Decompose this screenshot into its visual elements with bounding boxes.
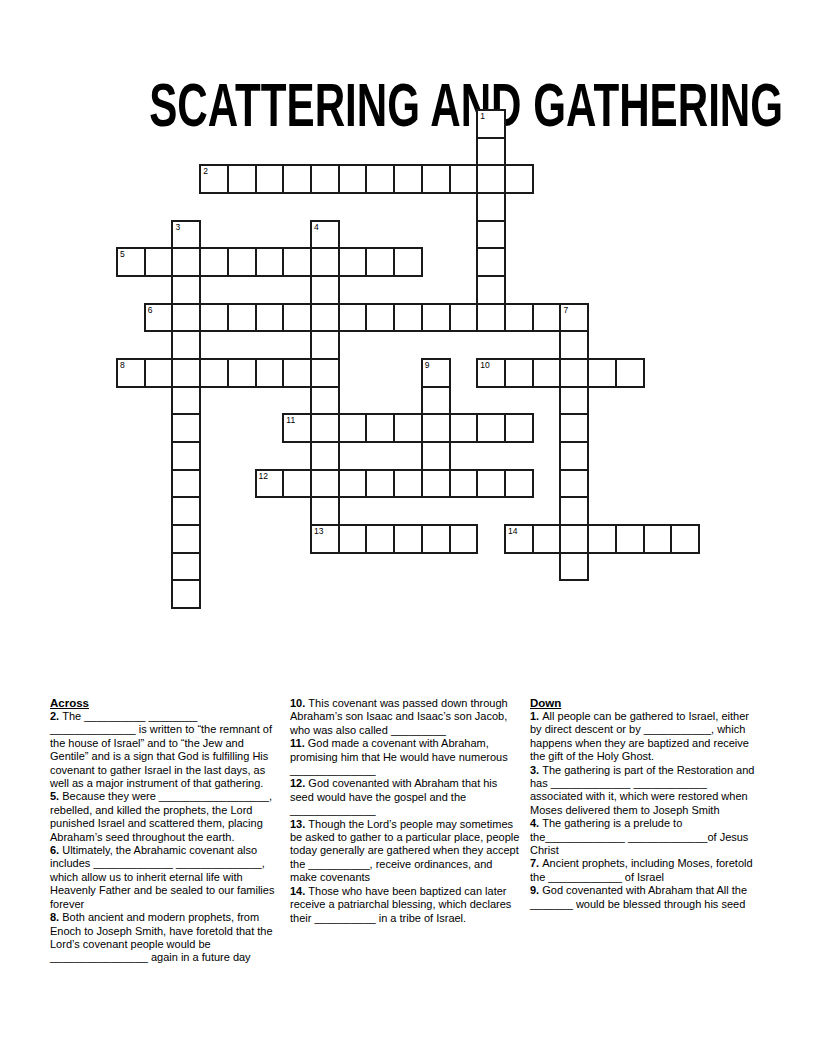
grid-cell[interactable]: 6 [144, 303, 174, 333]
grid-cell[interactable] [338, 413, 368, 443]
grid-cell[interactable] [310, 386, 340, 416]
grid-cell[interactable] [476, 247, 506, 277]
grid-cell[interactable] [421, 164, 451, 194]
grid-cell[interactable] [643, 524, 673, 554]
grid-cell[interactable] [476, 164, 506, 194]
grid-cell[interactable] [255, 164, 285, 194]
clue: 14. Those who have been baptized can lat… [290, 885, 522, 925]
clue-text: Ultimately, the Abrahamic covenant also … [50, 844, 274, 910]
clue-text: Those who have been baptized can later r… [290, 885, 511, 924]
clue-number: 7 [563, 305, 568, 315]
grid-cell[interactable]: 12 [255, 469, 285, 499]
grid-cell[interactable]: 7 [559, 303, 589, 333]
grid-cell[interactable] [365, 413, 395, 443]
grid-cell[interactable] [532, 303, 562, 333]
grid-cell[interactable] [365, 247, 395, 277]
grid-cell[interactable] [393, 247, 423, 277]
clue-number-label: 10. [290, 697, 308, 709]
clue: 12. God covenanted with Abraham that his… [290, 777, 522, 817]
grid-cell[interactable] [421, 441, 451, 471]
grid-cell[interactable] [421, 386, 451, 416]
grid-cell[interactable] [504, 303, 534, 333]
clue: 3. The gathering is part of the Restorat… [530, 764, 762, 818]
clue-column: 10. This covenant was passed down throug… [290, 697, 522, 965]
grid-cell[interactable] [171, 469, 201, 499]
clue-number-label: 2. [50, 710, 62, 722]
grid-cell[interactable] [199, 358, 229, 388]
grid-cell[interactable] [670, 524, 700, 554]
clue-column: Down1. All people can be gathered to Isr… [530, 697, 762, 965]
grid-cell[interactable] [615, 358, 645, 388]
grid-cell[interactable] [476, 275, 506, 305]
clue-text: Because they were __________________, re… [50, 790, 272, 842]
clue-number-label: 5. [50, 790, 62, 802]
grid-cell[interactable] [144, 358, 174, 388]
clue-number-label: 12. [290, 777, 308, 789]
clue-number: 14 [508, 526, 517, 536]
grid-cell[interactable] [171, 358, 201, 388]
grid-cell[interactable]: 9 [421, 358, 451, 388]
grid-cell[interactable] [338, 247, 368, 277]
clue-text: All people can be gathered to Israel, ei… [530, 710, 749, 762]
grid-cell[interactable] [587, 358, 617, 388]
grid-cell[interactable] [504, 413, 534, 443]
grid-cell[interactable] [227, 358, 257, 388]
grid-cell[interactable] [476, 413, 506, 443]
grid-cell[interactable] [171, 579, 201, 609]
grid-cell[interactable] [559, 413, 589, 443]
clue-columns: Across2. The __________ ________ _______… [50, 697, 766, 965]
grid-cell[interactable] [255, 247, 285, 277]
grid-cell[interactable] [365, 164, 395, 194]
clue-number: 13 [314, 526, 323, 536]
grid-cell[interactable] [587, 524, 617, 554]
grid-cell[interactable] [504, 358, 534, 388]
grid-cell[interactable] [310, 358, 340, 388]
grid-cell[interactable] [255, 303, 285, 333]
grid-cell[interactable] [449, 524, 479, 554]
clue-number: 9 [425, 360, 430, 370]
clue-number: 10 [480, 360, 489, 370]
clue-number: 3 [175, 222, 180, 232]
grid-cell[interactable] [310, 275, 340, 305]
grid-cell[interactable] [171, 524, 201, 554]
grid-cell[interactable] [282, 303, 312, 333]
clue-number: 8 [120, 360, 125, 370]
grid-cell[interactable]: 5 [116, 247, 146, 277]
grid-cell[interactable] [365, 524, 395, 554]
clue-number: 1 [480, 111, 485, 121]
clue-number: 4 [314, 222, 319, 232]
clue-section-header: Down [530, 697, 762, 709]
clue-number: 12 [259, 471, 268, 481]
grid-cell[interactable] [310, 496, 340, 526]
grid-cell[interactable] [338, 524, 368, 554]
clue-column: Across2. The __________ ________ _______… [50, 697, 282, 965]
grid-cell[interactable] [199, 303, 229, 333]
crossword-page: SCATTERING AND GATHERING 123456789101112… [0, 0, 816, 1056]
grid-cell[interactable] [476, 137, 506, 167]
grid-cell[interactable] [615, 524, 645, 554]
clue-number: 6 [148, 305, 153, 315]
grid-cell[interactable] [532, 358, 562, 388]
clue: 5. Because they were __________________,… [50, 790, 282, 844]
grid-cell[interactable] [393, 164, 423, 194]
grid-cell[interactable]: 14 [504, 524, 534, 554]
grid-cell[interactable] [144, 247, 174, 277]
clue-number-label: 6. [50, 844, 62, 856]
grid-cell[interactable] [310, 303, 340, 333]
grid-cell[interactable] [365, 303, 395, 333]
grid-cell[interactable] [310, 469, 340, 499]
clue: 10. This covenant was passed down throug… [290, 697, 522, 737]
clue-text: Ancient prophets, including Moses, foret… [530, 857, 753, 882]
clue: 13. Though the Lord’s people may sometim… [290, 818, 522, 885]
clue: 7. Ancient prophets, including Moses, fo… [530, 857, 762, 884]
clue-text: Both ancient and modern prophets, from E… [50, 911, 273, 963]
grid-cell[interactable] [310, 413, 340, 443]
grid-cell[interactable]: 11 [282, 413, 312, 443]
grid-cell[interactable] [282, 247, 312, 277]
clue-number-label: 4. [530, 817, 542, 829]
grid-cell[interactable]: 3 [171, 220, 201, 250]
grid-cell[interactable] [171, 275, 201, 305]
clue-section-header: Across [50, 697, 282, 709]
clue-text: Though the Lord’s people may sometimes b… [290, 818, 519, 884]
clue: 6. Ultimately, the Abrahamic covenant al… [50, 844, 282, 911]
grid-cell[interactable] [559, 441, 589, 471]
clue-number-label: 8. [50, 911, 62, 923]
grid-cell[interactable] [171, 496, 201, 526]
grid-cell[interactable] [421, 524, 451, 554]
grid-cell[interactable] [559, 469, 589, 499]
grid-cell[interactable] [559, 330, 589, 360]
clue-number: 5 [120, 249, 125, 259]
clue: 4. The gathering is a prelude to the____… [530, 817, 762, 857]
grid-cell[interactable] [199, 247, 229, 277]
grid-cell[interactable] [338, 303, 368, 333]
grid-cell[interactable] [282, 164, 312, 194]
grid-cell[interactable] [393, 303, 423, 333]
grid-cell[interactable] [171, 552, 201, 582]
grid-cell[interactable] [559, 552, 589, 582]
grid-cell[interactable] [310, 330, 340, 360]
grid-cell[interactable] [171, 303, 201, 333]
grid-cell[interactable] [227, 303, 257, 333]
clue-text: God made a covenant with Abraham, promis… [290, 737, 508, 776]
clue: 11. God made a covenant with Abraham, pr… [290, 737, 522, 777]
grid-cell[interactable]: 4 [310, 220, 340, 250]
grid-cell[interactable]: 1 [476, 109, 506, 139]
grid-cell[interactable] [310, 164, 340, 194]
clue: 2. The __________ ________ _____________… [50, 710, 282, 790]
grid-cell[interactable] [227, 247, 257, 277]
crossword-grid: 1234567891011121314 [117, 110, 699, 608]
grid-cell[interactable]: 10 [476, 358, 506, 388]
clue-text: The gathering is part of the Restoration… [530, 764, 754, 816]
grid-cell[interactable] [227, 164, 257, 194]
grid-cell[interactable] [310, 247, 340, 277]
grid-cell[interactable] [476, 469, 506, 499]
grid-cell[interactable] [559, 524, 589, 554]
grid-cell[interactable] [338, 164, 368, 194]
clue: 9. God covenanted with Abraham that All … [530, 884, 762, 911]
clue-number-label: 13. [290, 818, 308, 830]
grid-cell[interactable] [449, 303, 479, 333]
grid-cell[interactable] [532, 524, 562, 554]
grid-cell[interactable] [449, 413, 479, 443]
grid-cell[interactable] [476, 192, 506, 222]
grid-cell[interactable] [476, 220, 506, 250]
grid-cell[interactable] [393, 413, 423, 443]
grid-cell[interactable] [365, 469, 395, 499]
clue-text: The __________ ________ ______________ i… [50, 710, 272, 789]
grid-cell[interactable] [393, 524, 423, 554]
grid-cell[interactable] [559, 386, 589, 416]
grid-cell[interactable] [282, 358, 312, 388]
clue-text: God covenanted with Abraham that All the… [530, 884, 747, 909]
clue-number-label: 14. [290, 885, 308, 897]
clue-number-label: 9. [530, 884, 542, 896]
grid-cell[interactable] [310, 441, 340, 471]
clue: 1. All people can be gathered to Israel,… [530, 710, 762, 764]
grid-cell[interactable] [338, 469, 368, 499]
grid-cell[interactable] [449, 164, 479, 194]
grid-cell[interactable] [171, 413, 201, 443]
grid-cell[interactable] [171, 386, 201, 416]
grid-cell[interactable] [171, 247, 201, 277]
clue: 8. Both ancient and modern prophets, fro… [50, 911, 282, 965]
grid-cell[interactable] [504, 164, 534, 194]
grid-cell[interactable] [421, 469, 451, 499]
grid-cell[interactable]: 2 [199, 164, 229, 194]
grid-cell[interactable] [476, 303, 506, 333]
grid-cell[interactable] [559, 358, 589, 388]
clue-number-label: 11. [290, 737, 308, 749]
clue-number-label: 7. [530, 857, 542, 869]
grid-cell[interactable] [282, 469, 312, 499]
grid-cell[interactable] [449, 469, 479, 499]
grid-cell[interactable]: 13 [310, 524, 340, 554]
grid-cell[interactable]: 8 [116, 358, 146, 388]
clue-number: 11 [286, 415, 295, 425]
grid-cell[interactable] [171, 330, 201, 360]
clue-number: 2 [203, 166, 208, 176]
grid-cell[interactable] [559, 496, 589, 526]
grid-cell[interactable] [504, 469, 534, 499]
clue-number-label: 1. [530, 710, 542, 722]
grid-cell[interactable] [421, 413, 451, 443]
grid-cell[interactable] [393, 469, 423, 499]
clue-text: God covenanted with Abraham that his see… [290, 777, 497, 816]
grid-cell[interactable] [171, 441, 201, 471]
grid-cell[interactable] [421, 303, 451, 333]
grid-cell[interactable] [255, 358, 285, 388]
clue-number-label: 3. [530, 764, 542, 776]
clue-text: This covenant was passed down through Ab… [290, 697, 508, 736]
clue-text: The gathering is a prelude to the_______… [530, 817, 748, 856]
